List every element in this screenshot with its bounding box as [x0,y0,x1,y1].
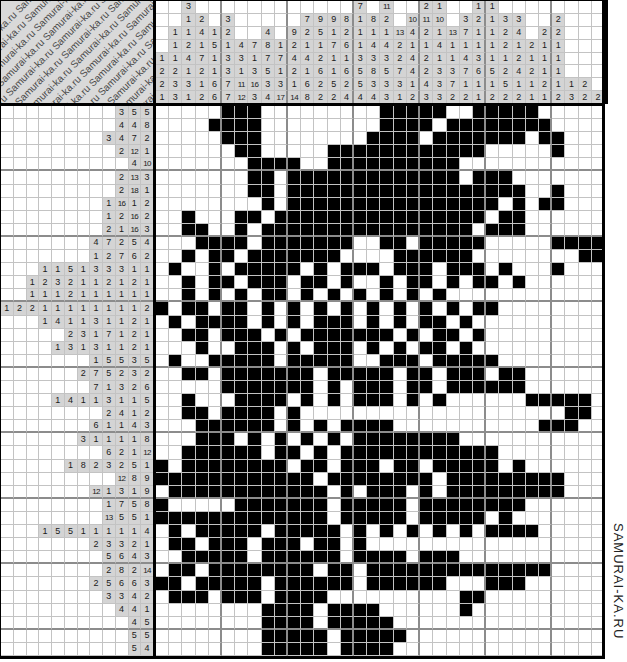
board-cell-filled[interactable] [288,591,301,604]
board-cell-empty[interactable] [565,198,578,211]
board-cell-filled[interactable] [235,420,248,433]
board-cell-empty[interactable] [248,302,261,315]
board-cell-empty[interactable] [341,132,354,145]
board-cell-filled[interactable] [433,329,446,342]
board-cell-filled[interactable] [447,145,460,158]
board-cell-filled[interactable] [367,473,380,486]
board-cell-filled[interactable] [499,564,512,577]
board-cell-filled[interactable] [433,106,446,119]
board-cell-empty[interactable] [275,119,288,132]
board-cell-empty[interactable] [579,302,592,315]
board-cell-empty[interactable] [460,158,473,171]
board-cell-filled[interactable] [182,394,195,407]
board-cell-filled[interactable] [209,525,222,538]
board-cell-empty[interactable] [222,499,235,512]
board-cell-empty[interactable] [314,289,327,302]
board-cell-empty[interactable] [473,250,486,263]
board-cell-empty[interactable] [460,289,473,302]
board-cell-empty[interactable] [552,551,565,564]
board-cell-filled[interactable] [235,460,248,473]
board-cell-filled[interactable] [235,224,248,237]
board-cell-empty[interactable] [169,198,182,211]
board-cell-empty[interactable] [262,446,275,459]
board-cell-empty[interactable] [248,604,261,617]
board-cell-filled[interactable] [248,329,261,342]
board-cell-filled[interactable] [394,263,407,276]
board-cell-empty[interactable] [539,276,552,289]
board-cell-empty[interactable] [499,342,512,355]
board-cell-empty[interactable] [169,394,182,407]
board-cell-filled[interactable] [248,211,261,224]
board-cell-filled[interactable] [301,617,314,630]
board-cell-filled[interactable] [394,224,407,237]
board-cell-empty[interactable] [486,407,499,420]
board-cell-filled[interactable] [354,211,367,224]
board-cell-filled[interactable] [196,446,209,459]
board-cell-empty[interactable] [539,591,552,604]
board-cell-filled[interactable] [354,499,367,512]
board-cell-filled[interactable] [275,329,288,342]
board-cell-empty[interactable] [526,407,539,420]
board-cell-empty[interactable] [354,316,367,329]
board-cell-filled[interactable] [473,276,486,289]
board-cell-empty[interactable] [367,355,380,368]
board-cell-filled[interactable] [341,512,354,525]
board-cell-empty[interactable] [579,211,592,224]
board-cell-empty[interactable] [579,329,592,342]
board-cell-filled[interactable] [248,577,261,590]
board-cell-filled[interactable] [380,355,393,368]
board-cell-empty[interactable] [526,604,539,617]
board-cell-empty[interactable] [394,276,407,289]
board-cell-filled[interactable] [288,577,301,590]
board-cell-empty[interactable] [156,119,169,132]
board-cell-empty[interactable] [526,145,539,158]
board-cell-filled[interactable] [513,132,526,145]
board-cell-filled[interactable] [433,145,446,158]
board-cell-empty[interactable] [539,525,552,538]
board-cell-empty[interactable] [552,512,565,525]
board-cell-filled[interactable] [262,289,275,302]
board-cell-filled[interactable] [328,394,341,407]
board-cell-filled[interactable] [248,250,261,263]
board-cell-empty[interactable] [579,368,592,381]
board-cell-empty[interactable] [314,132,327,145]
board-cell-empty[interactable] [579,420,592,433]
board-cell-filled[interactable] [262,263,275,276]
board-cell-empty[interactable] [539,604,552,617]
board-cell-empty[interactable] [314,473,327,486]
board-cell-empty[interactable] [565,263,578,276]
board-cell-empty[interactable] [579,525,592,538]
board-cell-filled[interactable] [499,132,512,145]
board-cell-filled[interactable] [354,473,367,486]
board-cell-empty[interactable] [407,316,420,329]
board-cell-filled[interactable] [407,185,420,198]
board-cell-empty[interactable] [526,433,539,446]
board-cell-filled[interactable] [328,250,341,263]
board-cell-filled[interactable] [301,551,314,564]
board-cell-filled[interactable] [262,316,275,329]
board-cell-empty[interactable] [499,643,512,656]
board-cell-empty[interactable] [539,499,552,512]
board-cell-filled[interactable] [222,132,235,145]
board-cell-empty[interactable] [513,420,526,433]
board-cell-filled[interactable] [407,355,420,368]
board-cell-empty[interactable] [433,591,446,604]
board-cell-empty[interactable] [460,433,473,446]
board-cell-empty[interactable] [433,473,446,486]
board-cell-empty[interactable] [169,617,182,630]
board-cell-empty[interactable] [235,158,248,171]
board-cell-empty[interactable] [301,132,314,145]
board-cell-filled[interactable] [275,617,288,630]
board-cell-filled[interactable] [394,446,407,459]
board-cell-filled[interactable] [552,237,565,250]
board-cell-empty[interactable] [486,512,499,525]
board-cell-filled[interactable] [328,185,341,198]
board-cell-filled[interactable] [209,473,222,486]
board-cell-filled[interactable] [169,512,182,525]
board-cell-filled[interactable] [420,198,433,211]
board-cell-empty[interactable] [565,158,578,171]
board-cell-filled[interactable] [275,211,288,224]
board-cell-filled[interactable] [473,486,486,499]
board-cell-empty[interactable] [222,617,235,630]
board-cell-empty[interactable] [420,591,433,604]
board-cell-filled[interactable] [288,473,301,486]
board-cell-filled[interactable] [248,564,261,577]
board-cell-filled[interactable] [235,289,248,302]
board-cell-empty[interactable] [526,289,539,302]
board-cell-empty[interactable] [169,119,182,132]
board-cell-filled[interactable] [394,512,407,525]
board-cell-filled[interactable] [486,486,499,499]
board-cell-empty[interactable] [473,342,486,355]
board-cell-filled[interactable] [314,237,327,250]
board-cell-empty[interactable] [156,329,169,342]
board-cell-empty[interactable] [433,368,446,381]
board-cell-empty[interactable] [460,171,473,184]
board-cell-empty[interactable] [499,276,512,289]
board-cell-filled[interactable] [275,158,288,171]
board-cell-filled[interactable] [407,119,420,132]
board-cell-empty[interactable] [235,198,248,211]
board-cell-empty[interactable] [394,394,407,407]
board-cell-filled[interactable] [380,119,393,132]
board-cell-empty[interactable] [513,342,526,355]
board-cell-filled[interactable] [380,224,393,237]
board-cell-empty[interactable] [301,119,314,132]
board-cell-empty[interactable] [288,394,301,407]
board-cell-empty[interactable] [526,368,539,381]
board-cell-empty[interactable] [526,132,539,145]
board-cell-filled[interactable] [380,145,393,158]
board-cell-filled[interactable] [169,577,182,590]
board-cell-empty[interactable] [367,591,380,604]
board-cell-empty[interactable] [196,643,209,656]
board-cell-empty[interactable] [526,224,539,237]
board-cell-empty[interactable] [354,564,367,577]
board-cell-filled[interactable] [486,276,499,289]
board-cell-empty[interactable] [182,525,195,538]
board-cell-empty[interactable] [367,237,380,250]
board-cell-filled[interactable] [222,237,235,250]
board-cell-filled[interactable] [367,486,380,499]
board-cell-filled[interactable] [579,407,592,420]
board-cell-empty[interactable] [222,263,235,276]
board-cell-empty[interactable] [196,119,209,132]
board-cell-filled[interactable] [288,342,301,355]
board-cell-empty[interactable] [499,591,512,604]
board-cell-filled[interactable] [473,473,486,486]
board-cell-empty[interactable] [513,643,526,656]
board-cell-filled[interactable] [354,525,367,538]
board-cell-filled[interactable] [301,630,314,643]
board-cell-empty[interactable] [182,577,195,590]
board-cell-filled[interactable] [209,119,222,132]
board-cell-empty[interactable] [447,394,460,407]
board-cell-empty[interactable] [367,250,380,263]
board-cell-filled[interactable] [354,433,367,446]
board-cell-filled[interactable] [420,316,433,329]
board-cell-empty[interactable] [526,446,539,459]
board-cell-empty[interactable] [486,604,499,617]
board-cell-filled[interactable] [433,224,446,237]
board-cell-empty[interactable] [394,538,407,551]
board-cell-filled[interactable] [275,460,288,473]
board-cell-filled[interactable] [407,250,420,263]
board-cell-filled[interactable] [367,145,380,158]
board-cell-empty[interactable] [288,145,301,158]
board-cell-filled[interactable] [354,381,367,394]
board-cell-filled[interactable] [235,486,248,499]
board-cell-filled[interactable] [288,499,301,512]
board-cell-filled[interactable] [394,132,407,145]
board-cell-empty[interactable] [275,106,288,119]
board-cell-filled[interactable] [447,119,460,132]
board-cell-filled[interactable] [539,564,552,577]
board-cell-empty[interactable] [262,211,275,224]
board-cell-filled[interactable] [499,263,512,276]
board-cell-filled[interactable] [209,460,222,473]
board-cell-filled[interactable] [407,473,420,486]
board-cell-filled[interactable] [248,591,261,604]
board-cell-empty[interactable] [473,224,486,237]
board-cell-filled[interactable] [222,486,235,499]
board-cell-empty[interactable] [288,433,301,446]
board-cell-filled[interactable] [367,551,380,564]
board-cell-empty[interactable] [209,211,222,224]
board-cell-filled[interactable] [486,564,499,577]
board-cell-empty[interactable] [552,564,565,577]
board-cell-filled[interactable] [473,446,486,459]
board-cell-filled[interactable] [433,564,446,577]
board-cell-filled[interactable] [341,630,354,643]
board-cell-empty[interactable] [156,407,169,420]
board-cell-empty[interactable] [433,263,446,276]
board-cell-filled[interactable] [314,316,327,329]
board-cell-empty[interactable] [499,604,512,617]
board-cell-empty[interactable] [209,604,222,617]
board-cell-empty[interactable] [156,198,169,211]
board-cell-empty[interactable] [420,420,433,433]
board-cell-filled[interactable] [499,224,512,237]
board-cell-empty[interactable] [513,263,526,276]
board-cell-filled[interactable] [169,486,182,499]
board-cell-filled[interactable] [486,106,499,119]
board-cell-filled[interactable] [235,132,248,145]
board-cell-filled[interactable] [196,551,209,564]
board-cell-empty[interactable] [196,250,209,263]
board-cell-filled[interactable] [394,433,407,446]
board-cell-filled[interactable] [169,591,182,604]
board-cell-filled[interactable] [499,185,512,198]
board-cell-filled[interactable] [447,276,460,289]
board-cell-filled[interactable] [222,420,235,433]
board-cell-filled[interactable] [182,473,195,486]
board-cell-filled[interactable] [539,132,552,145]
board-cell-empty[interactable] [394,617,407,630]
board-cell-empty[interactable] [552,499,565,512]
board-cell-filled[interactable] [301,276,314,289]
board-cell-filled[interactable] [367,446,380,459]
board-cell-filled[interactable] [301,211,314,224]
board-cell-filled[interactable] [552,420,565,433]
board-cell-filled[interactable] [262,185,275,198]
board-cell-filled[interactable] [301,512,314,525]
board-cell-empty[interactable] [407,302,420,315]
board-cell-empty[interactable] [565,460,578,473]
board-cell-empty[interactable] [579,276,592,289]
board-cell-filled[interactable] [275,394,288,407]
board-cell-filled[interactable] [552,132,565,145]
board-cell-filled[interactable] [354,289,367,302]
board-cell-filled[interactable] [288,551,301,564]
board-cell-filled[interactable] [288,446,301,459]
board-cell-filled[interactable] [275,250,288,263]
board-cell-filled[interactable] [222,407,235,420]
board-cell-filled[interactable] [433,460,446,473]
board-cell-empty[interactable] [539,433,552,446]
board-cell-empty[interactable] [314,617,327,630]
board-cell-empty[interactable] [565,119,578,132]
board-cell-filled[interactable] [275,446,288,459]
board-cell-filled[interactable] [367,368,380,381]
board-cell-empty[interactable] [394,643,407,656]
board-cell-filled[interactable] [499,171,512,184]
board-cell-empty[interactable] [486,538,499,551]
board-cell-filled[interactable] [328,289,341,302]
board-cell-empty[interactable] [169,446,182,459]
board-cell-empty[interactable] [499,407,512,420]
board-cell-empty[interactable] [433,420,446,433]
board-cell-filled[interactable] [394,119,407,132]
board-cell-filled[interactable] [169,538,182,551]
board-cell-filled[interactable] [288,420,301,433]
board-cell-empty[interactable] [513,617,526,630]
board-cell-filled[interactable] [328,316,341,329]
board-cell-filled[interactable] [539,486,552,499]
board-cell-empty[interactable] [222,643,235,656]
board-cell-empty[interactable] [301,302,314,315]
board-cell-empty[interactable] [169,185,182,198]
board-cell-filled[interactable] [407,145,420,158]
board-cell-empty[interactable] [526,420,539,433]
board-cell-filled[interactable] [196,329,209,342]
board-cell-empty[interactable] [565,604,578,617]
board-cell-filled[interactable] [552,263,565,276]
board-cell-filled[interactable] [275,224,288,237]
board-cell-filled[interactable] [380,106,393,119]
board-cell-empty[interactable] [539,237,552,250]
board-cell-filled[interactable] [380,433,393,446]
board-cell-filled[interactable] [473,185,486,198]
board-cell-empty[interactable] [539,512,552,525]
board-cell-filled[interactable] [301,289,314,302]
board-cell-empty[interactable] [209,158,222,171]
board-cell-filled[interactable] [394,577,407,590]
board-cell-empty[interactable] [539,355,552,368]
board-cell-filled[interactable] [460,604,473,617]
board-cell-filled[interactable] [499,577,512,590]
board-cell-filled[interactable] [341,473,354,486]
board-cell-filled[interactable] [301,250,314,263]
board-cell-filled[interactable] [314,446,327,459]
board-cell-filled[interactable] [565,237,578,250]
board-cell-filled[interactable] [420,171,433,184]
board-cell-empty[interactable] [156,525,169,538]
board-cell-filled[interactable] [248,512,261,525]
board-cell-empty[interactable] [328,630,341,643]
board-cell-empty[interactable] [513,250,526,263]
board-cell-filled[interactable] [328,342,341,355]
board-cell-filled[interactable] [275,538,288,551]
board-cell-empty[interactable] [499,551,512,564]
board-cell-empty[interactable] [209,591,222,604]
board-cell-empty[interactable] [182,630,195,643]
board-cell-filled[interactable] [433,132,446,145]
board-cell-empty[interactable] [182,237,195,250]
board-cell-filled[interactable] [301,224,314,237]
board-cell-filled[interactable] [447,355,460,368]
board-cell-filled[interactable] [262,394,275,407]
board-cell-empty[interactable] [420,355,433,368]
board-cell-empty[interactable] [354,276,367,289]
board-cell-empty[interactable] [275,145,288,158]
board-cell-empty[interactable] [209,643,222,656]
board-cell-empty[interactable] [552,368,565,381]
board-cell-empty[interactable] [565,355,578,368]
board-cell-filled[interactable] [460,119,473,132]
board-cell-empty[interactable] [565,185,578,198]
board-cell-empty[interactable] [433,381,446,394]
board-cell-empty[interactable] [539,106,552,119]
board-cell-empty[interactable] [156,158,169,171]
board-cell-filled[interactable] [407,224,420,237]
board-cell-empty[interactable] [328,512,341,525]
board-cell-filled[interactable] [433,237,446,250]
board-cell-filled[interactable] [447,368,460,381]
board-cell-filled[interactable] [262,473,275,486]
board-cell-empty[interactable] [460,329,473,342]
board-cell-empty[interactable] [552,224,565,237]
board-cell-empty[interactable] [182,420,195,433]
board-cell-empty[interactable] [341,106,354,119]
board-cell-filled[interactable] [341,211,354,224]
board-cell-empty[interactable] [262,119,275,132]
board-cell-filled[interactable] [552,145,565,158]
